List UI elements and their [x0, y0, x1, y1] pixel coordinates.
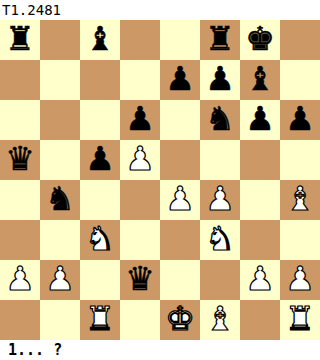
square-b5[interactable]	[40, 140, 80, 180]
black-knight-piece[interactable]: ♞	[45, 179, 75, 219]
square-f4[interactable]: ♟	[200, 180, 240, 220]
square-a1[interactable]	[0, 300, 40, 340]
square-h7[interactable]	[280, 60, 320, 100]
square-f5[interactable]	[200, 140, 240, 180]
square-h5[interactable]	[280, 140, 320, 180]
square-d1[interactable]	[120, 300, 160, 340]
square-d6[interactable]: ♟	[120, 100, 160, 140]
square-a7[interactable]	[0, 60, 40, 100]
square-f1[interactable]: ♝	[200, 300, 240, 340]
white-bishop-piece[interactable]: ♝	[285, 179, 315, 219]
black-pawn-piece[interactable]: ♟	[285, 99, 315, 139]
square-g1[interactable]	[240, 300, 280, 340]
status-bar: 1... ?	[0, 340, 320, 360]
black-king-piece[interactable]: ♚	[245, 19, 275, 59]
square-e8[interactable]	[160, 20, 200, 60]
square-h3[interactable]	[280, 220, 320, 260]
square-c5[interactable]: ♟	[80, 140, 120, 180]
square-a4[interactable]	[0, 180, 40, 220]
square-g3[interactable]	[240, 220, 280, 260]
white-bishop-piece[interactable]: ♝	[205, 299, 235, 339]
square-g8[interactable]: ♚	[240, 20, 280, 60]
black-rook-piece[interactable]: ♜	[205, 19, 235, 59]
black-bishop-piece[interactable]: ♝	[245, 59, 275, 99]
black-bishop-piece[interactable]: ♝	[85, 19, 115, 59]
square-b8[interactable]	[40, 20, 80, 60]
square-h4[interactable]: ♝	[280, 180, 320, 220]
square-e5[interactable]	[160, 140, 200, 180]
square-a5[interactable]: ♛	[0, 140, 40, 180]
black-queen-piece[interactable]: ♛	[5, 139, 35, 179]
square-d2[interactable]: ♛	[120, 260, 160, 300]
square-c7[interactable]	[80, 60, 120, 100]
square-f7[interactable]: ♟	[200, 60, 240, 100]
square-g2[interactable]: ♟	[240, 260, 280, 300]
square-e6[interactable]	[160, 100, 200, 140]
white-pawn-piece[interactable]: ♟	[285, 259, 315, 299]
square-b4[interactable]: ♞	[40, 180, 80, 220]
white-knight-piece[interactable]: ♞	[85, 219, 115, 259]
square-b6[interactable]	[40, 100, 80, 140]
square-g6[interactable]: ♟	[240, 100, 280, 140]
square-c6[interactable]	[80, 100, 120, 140]
black-pawn-piece[interactable]: ♟	[125, 99, 155, 139]
white-pawn-piece[interactable]: ♟	[125, 139, 155, 179]
white-pawn-piece[interactable]: ♟	[165, 179, 195, 219]
square-f3[interactable]: ♞	[200, 220, 240, 260]
square-a8[interactable]: ♜	[0, 20, 40, 60]
chess-board: ♜♝♜♚♟♟♝♟♞♟♟♛♟♟♞♟♟♝♞♞♟♟♛♟♟♜♚♝♜	[0, 20, 320, 340]
black-pawn-piece[interactable]: ♟	[245, 99, 275, 139]
square-b2[interactable]: ♟	[40, 260, 80, 300]
black-pawn-piece[interactable]: ♟	[85, 139, 115, 179]
move-prompt-label: 1... ?	[8, 341, 62, 359]
square-d8[interactable]	[120, 20, 160, 60]
square-f6[interactable]: ♞	[200, 100, 240, 140]
puzzle-id-label: T1.2481	[2, 2, 61, 18]
square-a6[interactable]	[0, 100, 40, 140]
square-a2[interactable]: ♟	[0, 260, 40, 300]
white-pawn-piece[interactable]: ♟	[245, 259, 275, 299]
white-king-piece[interactable]: ♚	[165, 299, 195, 339]
square-c8[interactable]: ♝	[80, 20, 120, 60]
black-queen-piece[interactable]: ♛	[125, 259, 155, 299]
white-knight-piece[interactable]: ♞	[205, 219, 235, 259]
square-e3[interactable]	[160, 220, 200, 260]
black-rook-piece[interactable]: ♜	[5, 19, 35, 59]
white-pawn-piece[interactable]: ♟	[205, 179, 235, 219]
square-h2[interactable]: ♟	[280, 260, 320, 300]
black-pawn-piece[interactable]: ♟	[165, 59, 195, 99]
square-h1[interactable]: ♜	[280, 300, 320, 340]
square-f8[interactable]: ♜	[200, 20, 240, 60]
square-d4[interactable]	[120, 180, 160, 220]
square-c3[interactable]: ♞	[80, 220, 120, 260]
square-g7[interactable]: ♝	[240, 60, 280, 100]
square-f2[interactable]	[200, 260, 240, 300]
black-knight-piece[interactable]: ♞	[205, 99, 235, 139]
square-c4[interactable]	[80, 180, 120, 220]
square-b3[interactable]	[40, 220, 80, 260]
square-g4[interactable]	[240, 180, 280, 220]
square-a3[interactable]	[0, 220, 40, 260]
square-h8[interactable]	[280, 20, 320, 60]
square-d7[interactable]	[120, 60, 160, 100]
square-d5[interactable]: ♟	[120, 140, 160, 180]
black-pawn-piece[interactable]: ♟	[205, 59, 235, 99]
square-e1[interactable]: ♚	[160, 300, 200, 340]
square-d3[interactable]	[120, 220, 160, 260]
square-e2[interactable]	[160, 260, 200, 300]
white-pawn-piece[interactable]: ♟	[5, 259, 35, 299]
square-e7[interactable]: ♟	[160, 60, 200, 100]
square-e4[interactable]: ♟	[160, 180, 200, 220]
square-b1[interactable]	[40, 300, 80, 340]
square-h6[interactable]: ♟	[280, 100, 320, 140]
square-b7[interactable]	[40, 60, 80, 100]
white-pawn-piece[interactable]: ♟	[45, 259, 75, 299]
square-c2[interactable]	[80, 260, 120, 300]
white-rook-piece[interactable]: ♜	[285, 299, 315, 339]
title-bar: T1.2481	[0, 0, 320, 20]
white-rook-piece[interactable]: ♜	[85, 299, 115, 339]
square-c1[interactable]: ♜	[80, 300, 120, 340]
square-g5[interactable]	[240, 140, 280, 180]
